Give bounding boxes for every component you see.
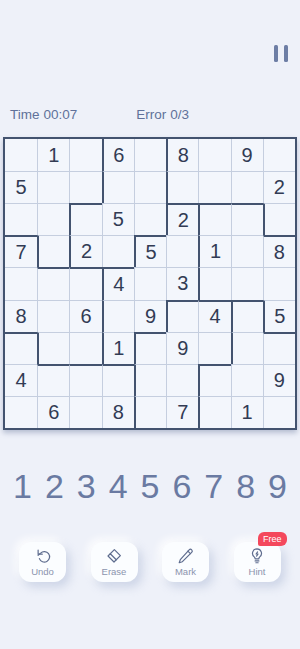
given-digit: 6	[80, 305, 91, 328]
cell-r4c5[interactable]: 5	[134, 235, 166, 267]
hint-label: Hint	[249, 566, 266, 577]
cell-r2c7[interactable]	[198, 171, 230, 203]
cell-r1c4[interactable]: 6	[102, 139, 134, 171]
cell-r2c3[interactable]	[69, 171, 101, 203]
error-value: 0/3	[170, 107, 189, 122]
cell-r3c9[interactable]	[263, 203, 295, 235]
given-digit: 9	[242, 144, 253, 167]
cell-r8c9[interactable]: 9	[263, 364, 295, 396]
cell-r1c6[interactable]: 8	[166, 139, 198, 171]
cell-r4c3[interactable]: 2	[69, 235, 101, 267]
erase-button[interactable]: Erase	[91, 542, 138, 582]
cell-r4c4[interactable]	[102, 235, 134, 267]
cell-r2c8[interactable]	[231, 171, 263, 203]
cell-r4c8[interactable]	[231, 235, 263, 267]
cell-r9c5[interactable]	[134, 396, 166, 428]
cell-r2c4[interactable]	[102, 171, 134, 203]
cell-r2c9[interactable]: 2	[263, 171, 295, 203]
erase-label: Erase	[102, 566, 127, 577]
cell-r5c8[interactable]	[231, 267, 263, 299]
cell-r6c9[interactable]: 5	[263, 300, 295, 332]
given-digit: 1	[113, 337, 124, 360]
pause-icon	[274, 45, 278, 62]
cell-r9c4[interactable]: 8	[102, 396, 134, 428]
given-digit: 5	[16, 176, 27, 199]
cell-r8c7[interactable]	[198, 364, 230, 396]
cell-r1c8[interactable]: 9	[231, 139, 263, 171]
cell-r4c9[interactable]: 8	[263, 235, 295, 267]
given-digit: 2	[81, 240, 92, 263]
given-digit: 8	[16, 305, 27, 328]
numpad-key-2[interactable]: 2	[45, 469, 64, 503]
cell-r6c6[interactable]	[166, 300, 198, 332]
cell-r4c7[interactable]: 1	[198, 235, 230, 267]
toolbar: Undo Erase Mark Free Hint	[19, 542, 281, 582]
error-label: Error	[136, 107, 166, 122]
cell-r1c9[interactable]	[263, 139, 295, 171]
cell-r6c8[interactable]	[231, 300, 263, 332]
lightbulb-icon	[248, 547, 266, 565]
cell-r9c6[interactable]: 7	[166, 396, 198, 428]
numpad-key-9[interactable]: 9	[268, 469, 287, 503]
cell-r8c4[interactable]	[102, 364, 134, 396]
cell-r2c6[interactable]	[166, 171, 198, 203]
undo-label: Undo	[31, 566, 54, 577]
free-badge: Free	[258, 532, 287, 546]
cell-r5c2[interactable]	[37, 267, 69, 299]
given-digit: 8	[178, 144, 189, 167]
given-digit: 6	[48, 401, 59, 424]
sudoku-board: 1689525272518438694519496871	[3, 137, 297, 430]
given-digit: 5	[145, 241, 156, 264]
cell-r8c3[interactable]	[69, 364, 101, 396]
cell-r3c2[interactable]	[37, 203, 69, 235]
undo-button[interactable]: Undo	[19, 542, 66, 582]
undo-icon	[34, 547, 52, 565]
cell-r3c5[interactable]	[134, 203, 166, 235]
timer: Time 00:07	[10, 107, 77, 122]
given-digit: 1	[242, 401, 253, 424]
cell-r3c4[interactable]: 5	[102, 203, 134, 235]
cell-r3c1[interactable]	[5, 203, 37, 235]
cell-r1c1[interactable]	[5, 139, 37, 171]
cell-r5c6[interactable]: 3	[166, 267, 198, 299]
cell-r2c2[interactable]	[37, 171, 69, 203]
numpad-key-5[interactable]: 5	[141, 469, 160, 503]
cell-r5c9[interactable]	[263, 267, 295, 299]
cell-r9c2[interactable]: 6	[37, 396, 69, 428]
cell-r7c2[interactable]	[37, 332, 69, 364]
cell-r2c5[interactable]	[134, 171, 166, 203]
cell-r6c5[interactable]: 9	[134, 300, 166, 332]
cell-r7c5[interactable]	[134, 332, 166, 364]
error-counter: Error 0/3	[136, 107, 189, 122]
numpad-key-1[interactable]: 1	[13, 469, 32, 503]
mark-label: Mark	[175, 566, 196, 577]
cell-r5c5[interactable]	[134, 267, 166, 299]
cell-r1c2[interactable]: 1	[37, 139, 69, 171]
cell-r6c4[interactable]	[102, 300, 134, 332]
number-pad: 123456789	[0, 464, 300, 508]
given-digit: 5	[274, 305, 285, 328]
given-digit: 4	[16, 369, 27, 392]
cell-r6c7[interactable]: 4	[198, 300, 230, 332]
cell-r9c7[interactable]	[198, 396, 230, 428]
cell-r8c8[interactable]	[231, 364, 263, 396]
cell-r7c4[interactable]: 1	[102, 332, 134, 364]
cell-r6c1[interactable]: 8	[5, 300, 37, 332]
numpad-key-4[interactable]: 4	[109, 469, 128, 503]
numpad-key-6[interactable]: 6	[172, 469, 191, 503]
cell-r7c3[interactable]	[69, 332, 101, 364]
cell-r7c7[interactable]	[198, 332, 230, 364]
pause-icon	[284, 45, 288, 62]
mark-button[interactable]: Mark	[162, 542, 209, 582]
cell-r5c7[interactable]	[198, 267, 230, 299]
given-digit: 7	[16, 241, 27, 264]
given-digit: 9	[145, 305, 156, 328]
cell-r4c2[interactable]	[37, 235, 69, 267]
cell-r3c3[interactable]	[69, 203, 101, 235]
eraser-icon	[105, 547, 123, 565]
cell-r8c2[interactable]	[37, 364, 69, 396]
cell-r3c6[interactable]: 2	[166, 203, 198, 235]
cell-r9c8[interactable]: 1	[231, 396, 263, 428]
pause-button[interactable]	[274, 45, 288, 62]
given-digit: 1	[48, 144, 59, 167]
time-label: Time	[10, 107, 40, 122]
cell-r4c6[interactable]	[166, 235, 198, 267]
numpad-key-8[interactable]: 8	[236, 469, 255, 503]
cell-r2c1[interactable]: 5	[5, 171, 37, 203]
cell-r5c1[interactable]	[5, 267, 37, 299]
given-digit: 7	[177, 401, 188, 424]
cell-r4c1[interactable]: 7	[5, 235, 37, 267]
time-value: 00:07	[44, 107, 78, 122]
cell-r9c3[interactable]	[69, 396, 101, 428]
cell-r9c9[interactable]	[263, 396, 295, 428]
cell-r6c2[interactable]	[37, 300, 69, 332]
given-digit: 2	[274, 176, 285, 199]
cell-r8c1[interactable]: 4	[5, 364, 37, 396]
cell-r3c7[interactable]	[198, 203, 230, 235]
cell-r7c1[interactable]	[5, 332, 37, 364]
given-digit: 8	[113, 401, 124, 424]
given-digit: 9	[274, 369, 285, 392]
given-digit: 1	[210, 240, 221, 263]
cell-r8c5[interactable]	[134, 364, 166, 396]
status-row: Time 00:07 Error 0/3	[10, 106, 290, 122]
pencil-icon	[177, 547, 195, 565]
numpad-key-7[interactable]: 7	[204, 469, 223, 503]
cell-r8c6[interactable]	[166, 364, 198, 396]
cell-r7c8[interactable]	[231, 332, 263, 364]
given-digit: 8	[274, 241, 285, 264]
cell-r1c7[interactable]	[198, 139, 230, 171]
hint-button[interactable]: Free Hint	[234, 542, 281, 582]
cell-r5c3[interactable]	[69, 267, 101, 299]
cell-r1c5[interactable]	[134, 139, 166, 171]
given-digit: 2	[178, 209, 189, 232]
given-digit: 4	[209, 305, 220, 328]
given-digit: 5	[113, 208, 124, 231]
given-digit: 9	[177, 337, 188, 360]
numpad-key-3[interactable]: 3	[77, 469, 96, 503]
cell-r7c9[interactable]	[263, 332, 295, 364]
cell-r1c3[interactable]	[69, 139, 101, 171]
cell-r9c1[interactable]	[5, 396, 37, 428]
cell-r3c8[interactable]	[231, 203, 263, 235]
cell-r7c6[interactable]: 9	[166, 332, 198, 364]
given-digit: 4	[113, 273, 124, 296]
given-digit: 6	[113, 144, 124, 167]
given-digit: 3	[177, 272, 188, 295]
cell-r5c4[interactable]: 4	[102, 267, 134, 299]
cell-r6c3[interactable]: 6	[69, 300, 101, 332]
